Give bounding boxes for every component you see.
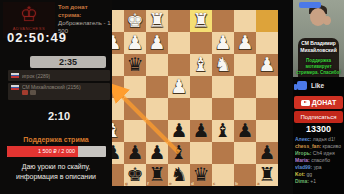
donate-label: ДОНАТ	[312, 99, 336, 106]
stream-badge	[299, 2, 321, 8]
streamer-title-overlay: СМ Владимир Михайловский	[293, 40, 344, 53]
black-pawn-piece[interactable]: ♟	[190, 120, 212, 142]
donation-progress-bar: 1 500 ₽ / 2 000	[7, 146, 106, 157]
white-pawn-piece[interactable]: ♟	[146, 32, 168, 54]
subscriber-count: 13300	[293, 124, 344, 134]
square-a5[interactable]	[256, 98, 278, 120]
square-b7[interactable]	[234, 142, 256, 164]
white-king-piece[interactable]: ♚	[124, 10, 146, 32]
square-c2[interactable]: ♟	[212, 32, 234, 54]
square-g1[interactable]: ♚	[124, 10, 146, 32]
square-g6[interactable]	[124, 120, 146, 142]
square-c1[interactable]	[212, 10, 234, 32]
square-b8[interactable]: b	[234, 164, 256, 186]
square-e2[interactable]	[168, 32, 190, 54]
subscribe-label: Подписаться	[301, 114, 337, 120]
file-label: b	[235, 181, 238, 186]
square-c5[interactable]	[212, 98, 234, 120]
black-pawn-piece[interactable]: ♟	[256, 142, 278, 164]
square-c6[interactable]: ♝	[212, 120, 234, 142]
opponent-clock: 2:35	[30, 56, 106, 68]
square-f8[interactable]: ♜f	[146, 164, 168, 186]
square-d8[interactable]: ♛d	[190, 164, 212, 186]
chat-text: ура	[314, 164, 322, 170]
streamer-badges	[11, 90, 107, 95]
chat-text: +1	[310, 178, 316, 184]
support-title: Поддержка стрима	[0, 136, 112, 143]
black-bishop-piece[interactable]: ♝	[168, 142, 190, 164]
chat-message: Kot: gg	[295, 171, 343, 178]
file-label: f	[147, 181, 149, 186]
square-d1[interactable]: ♜	[190, 10, 212, 32]
square-d6[interactable]: ♟	[190, 120, 212, 142]
chat-username: chess_fan:	[295, 143, 323, 149]
streamer-title-line2: Михайловский	[293, 47, 344, 54]
square-a8[interactable]: ♜a	[256, 164, 278, 186]
square-b1[interactable]	[234, 10, 256, 32]
chat-username: Maria:	[295, 157, 311, 163]
top-donate-label: Топ донат стрима:	[58, 3, 112, 19]
like-button[interactable]: Like	[297, 81, 324, 90]
square-g8[interactable]: ♚g	[124, 164, 146, 186]
badge-icon	[30, 90, 36, 95]
support-motivates-line1: Поддержка мотивирует	[293, 58, 344, 70]
white-rook-piece[interactable]: ♜	[190, 10, 212, 32]
square-g4[interactable]	[124, 76, 146, 98]
square-f2[interactable]: ♟	[146, 32, 168, 54]
streamer-flag-icon	[11, 85, 19, 90]
chat-message: vlad99: ура	[295, 164, 343, 171]
square-d7[interactable]	[190, 142, 212, 164]
stream-screenshot: ♚♜♜♟♟♟♟♟♛♝♞♟♟♝♟♟♝♟♟♟♟♝♟h♚g♜f♞e♛dcb♜a ♔ A…	[0, 0, 344, 194]
black-bishop-piece[interactable]: ♝	[212, 120, 234, 142]
stream-right-panel: СМ Владимир Михайловский Поддержка мотив…	[293, 0, 344, 194]
stream-left-panel: ♔ ADVANCHESS Топ донат стрима: Доброжела…	[0, 0, 112, 194]
badge-icon	[22, 90, 28, 95]
streamer-hand	[323, 16, 331, 25]
chat-message: Алекс: ладья d1!	[295, 136, 343, 143]
square-c4[interactable]	[212, 76, 234, 98]
white-pawn-piece[interactable]: ♟	[168, 76, 190, 98]
square-a2[interactable]	[256, 32, 278, 54]
square-c7[interactable]	[212, 142, 234, 164]
square-d3[interactable]: ♝	[190, 54, 212, 76]
square-e3[interactable]	[168, 54, 190, 76]
opponent-player-bar: игрок (2289)	[8, 70, 110, 81]
streamer-player-bar: СМ Михайловский (2156)	[8, 83, 110, 100]
lessons-line2: информация в описании	[0, 172, 112, 182]
black-queen-piece[interactable]: ♛	[124, 54, 146, 76]
chat-username: Kot:	[295, 171, 306, 177]
square-b2[interactable]: ♟	[234, 32, 256, 54]
chat-text: ладья d1!	[313, 136, 335, 142]
chat-text: спасибо	[311, 157, 330, 163]
chess-board[interactable]: ♚♜♜♟♟♟♟♟♛♝♞♟♟♝♟♟♝♟♟♟♟♝♟h♚g♜f♞e♛dcb♜a	[102, 10, 278, 186]
square-e8[interactable]: ♞e	[168, 164, 190, 186]
white-pawn-piece[interactable]: ♟	[124, 32, 146, 54]
thumbs-up-icon	[297, 81, 307, 90]
square-a4[interactable]	[256, 76, 278, 98]
white-pawn-piece[interactable]: ♟	[234, 32, 256, 54]
square-a3[interactable]: ♟	[256, 54, 278, 76]
logo-emblem-icon: ♔	[3, 2, 55, 26]
chat-feed[interactable]: Алекс: ладья d1!chess_fan: красивоИгорь:…	[295, 136, 343, 185]
square-d4[interactable]	[190, 76, 212, 98]
square-e7[interactable]: ♝	[168, 142, 190, 164]
square-b6[interactable]: ♟	[234, 120, 256, 142]
square-g3[interactable]: ♛	[124, 54, 146, 76]
square-f1[interactable]: ♜	[146, 10, 168, 32]
white-bishop-piece[interactable]: ♝	[190, 54, 212, 76]
donate-button[interactable]: ДОНАТ	[294, 96, 343, 109]
black-pawn-piece[interactable]: ♟	[124, 142, 146, 164]
square-c3[interactable]: ♞	[212, 54, 234, 76]
square-d5[interactable]	[190, 98, 212, 120]
square-a6[interactable]	[256, 120, 278, 142]
like-label: Like	[311, 82, 324, 89]
chat-text: gg	[306, 171, 312, 177]
square-f5[interactable]	[146, 98, 168, 120]
stream-timer: 02:50:49	[7, 30, 67, 45]
square-e4[interactable]: ♟	[168, 76, 190, 98]
square-f3[interactable]	[146, 54, 168, 76]
white-knight-piece[interactable]: ♞	[212, 54, 234, 76]
lessons-line1: Даю уроки по скайпу,	[0, 162, 112, 172]
square-e5[interactable]	[168, 98, 190, 120]
white-rook-piece[interactable]: ♜	[146, 10, 168, 32]
black-pawn-piece[interactable]: ♟	[146, 142, 168, 164]
subscribe-button[interactable]: Подписаться	[294, 111, 343, 123]
support-motivates-overlay: Поддержка мотивирует стримера. Спасибо!	[293, 58, 344, 76]
square-e6[interactable]: ♟	[168, 120, 190, 142]
white-pawn-piece[interactable]: ♟	[256, 54, 278, 76]
square-g2[interactable]: ♟	[124, 32, 146, 54]
chat-username: Алекс:	[295, 136, 313, 142]
square-g5[interactable]	[124, 98, 146, 120]
chat-username: Dima:	[295, 178, 310, 184]
square-f6[interactable]	[146, 120, 168, 142]
square-e1[interactable]	[168, 10, 190, 32]
chat-text: красиво	[323, 143, 341, 149]
file-label: d	[191, 181, 194, 186]
file-label: c	[213, 181, 215, 186]
opponent-name: игрок (2289)	[22, 73, 50, 79]
square-a7[interactable]: ♟	[256, 142, 278, 164]
play-icon	[301, 100, 310, 106]
square-b5[interactable]	[234, 98, 256, 120]
square-b3[interactable]	[234, 54, 256, 76]
donation-progress-text: 1 500 ₽ / 2 000	[7, 146, 106, 157]
file-label: g	[125, 181, 128, 186]
file-label: e	[169, 181, 172, 186]
square-d2[interactable]	[190, 32, 212, 54]
square-c8[interactable]: c	[212, 164, 234, 186]
file-label: a	[257, 181, 260, 186]
streamer-clock: 2:10	[8, 110, 110, 122]
chat-username: vlad99:	[295, 164, 314, 170]
chat-message: Maria: спасибо	[295, 157, 343, 164]
chat-username: Игорь:	[295, 150, 313, 156]
square-a1[interactable]	[256, 10, 278, 32]
square-g7[interactable]: ♟	[124, 142, 146, 164]
black-rook-piece[interactable]: ♜	[146, 164, 168, 186]
chat-message: Dima: +1	[295, 178, 343, 185]
black-pawn-piece[interactable]: ♟	[234, 120, 256, 142]
chat-message: Игорь: Сh4 идея	[295, 150, 343, 157]
opponent-flag-icon	[11, 73, 19, 78]
chat-text: Сh4 идея	[313, 150, 335, 156]
square-f4[interactable]	[146, 76, 168, 98]
square-b4[interactable]	[234, 76, 256, 98]
black-pawn-piece[interactable]: ♟	[168, 120, 190, 142]
lessons-note: Даю уроки по скайпу, информация в описан…	[0, 162, 112, 181]
support-motivates-line2: стримера. Спасибо!	[293, 70, 344, 76]
chat-message: chess_fan: красиво	[295, 143, 343, 150]
square-f7[interactable]: ♟	[146, 142, 168, 164]
white-pawn-piece[interactable]: ♟	[212, 32, 234, 54]
